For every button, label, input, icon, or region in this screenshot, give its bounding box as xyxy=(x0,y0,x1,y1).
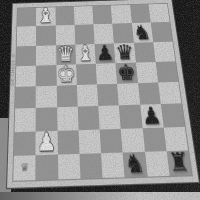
piece-white-queen-c6: ♛ xyxy=(56,44,75,65)
piece-black-queen-f6: ♛ xyxy=(115,42,135,63)
square-b8: ♝ xyxy=(36,7,55,26)
square-b7 xyxy=(36,26,55,46)
piece-black-rook-h1: ♜ xyxy=(167,149,191,175)
square-g4 xyxy=(138,83,161,105)
square-a5 xyxy=(16,65,36,87)
square-f5: ♚ xyxy=(116,62,138,83)
square-a8 xyxy=(17,8,36,27)
piece-black-king-f5: ♚ xyxy=(116,62,137,84)
piece-white-king-c5: ♚ xyxy=(57,64,76,86)
square-e8 xyxy=(92,6,112,25)
chess-board: OK CHESS ⛭ ♝♞♛♝♟♛♚♚♟♟♛♞♜ xyxy=(6,0,200,189)
square-a1: ♛ xyxy=(13,155,35,181)
square-g6 xyxy=(133,42,155,63)
square-f2 xyxy=(121,128,145,153)
square-d2 xyxy=(78,129,101,154)
square-d3 xyxy=(77,106,99,129)
square-h7 xyxy=(151,22,173,42)
square-e6: ♟ xyxy=(95,43,116,64)
square-a6 xyxy=(16,45,36,66)
piece-black-pawn-e6: ♟ xyxy=(95,42,115,63)
square-a2 xyxy=(14,131,36,156)
square-e3 xyxy=(98,106,121,129)
square-c4 xyxy=(56,85,77,107)
square-f7 xyxy=(112,23,133,43)
chessboard-photo: OK CHESS ⛭ ♝♞♛♝♟♛♚♚♟♟♛♞♜ xyxy=(0,0,200,200)
piece-white-pawn-b2: ♟ xyxy=(37,130,57,155)
square-f3 xyxy=(119,105,142,128)
corner-crown-logo: ♛ xyxy=(20,162,29,174)
square-d1 xyxy=(79,153,102,179)
square-f8 xyxy=(111,5,132,24)
square-h1: ♜ xyxy=(166,150,191,176)
square-d4 xyxy=(77,84,99,106)
square-a7 xyxy=(17,26,37,46)
square-e1 xyxy=(101,152,125,178)
square-d5 xyxy=(76,64,97,85)
background-paper-bottom xyxy=(0,192,200,200)
square-g1 xyxy=(145,151,170,177)
square-c3 xyxy=(57,107,79,130)
board-grid: ♝♞♛♝♟♛♚♚♟♟♛♞♜ xyxy=(13,4,191,181)
square-g2 xyxy=(142,127,166,152)
square-e2 xyxy=(100,128,123,153)
square-g3: ♟ xyxy=(140,104,164,127)
square-f6: ♛ xyxy=(114,42,135,63)
square-e7 xyxy=(93,24,114,44)
piece-black-pawn-g3: ♟ xyxy=(141,104,163,128)
square-b6 xyxy=(36,45,56,66)
square-g7: ♞ xyxy=(132,23,153,43)
square-b4 xyxy=(36,86,57,108)
square-f1: ♞ xyxy=(123,152,147,178)
square-e4 xyxy=(97,84,119,106)
square-e5 xyxy=(96,63,118,84)
piece-white-bishop-d6: ♝ xyxy=(76,43,95,64)
square-h8 xyxy=(148,4,169,23)
square-d8 xyxy=(74,6,94,25)
square-a3 xyxy=(15,108,36,132)
square-c8 xyxy=(55,7,74,26)
square-h3 xyxy=(161,104,185,127)
square-c5: ♚ xyxy=(56,64,77,85)
square-h2 xyxy=(163,126,188,151)
square-c2 xyxy=(57,130,79,155)
square-b1 xyxy=(36,154,58,180)
square-h6 xyxy=(153,41,175,62)
square-f4 xyxy=(117,83,140,105)
piece-black-knight-f1: ♞ xyxy=(124,151,147,178)
piece-white-bishop-b8: ♝ xyxy=(36,5,55,26)
square-h4 xyxy=(158,82,181,104)
square-d6: ♝ xyxy=(75,44,96,65)
square-g5 xyxy=(135,62,157,83)
square-g8 xyxy=(130,4,151,23)
square-b5 xyxy=(36,65,56,87)
square-b3 xyxy=(36,108,57,132)
square-b2: ♟ xyxy=(36,130,58,155)
piece-black-knight-g7: ♞ xyxy=(132,22,152,42)
square-d7 xyxy=(74,24,94,44)
square-c1 xyxy=(57,154,80,180)
square-h5 xyxy=(155,61,178,82)
square-a4 xyxy=(15,86,36,108)
square-c7 xyxy=(55,25,75,45)
square-c6: ♛ xyxy=(56,44,76,65)
